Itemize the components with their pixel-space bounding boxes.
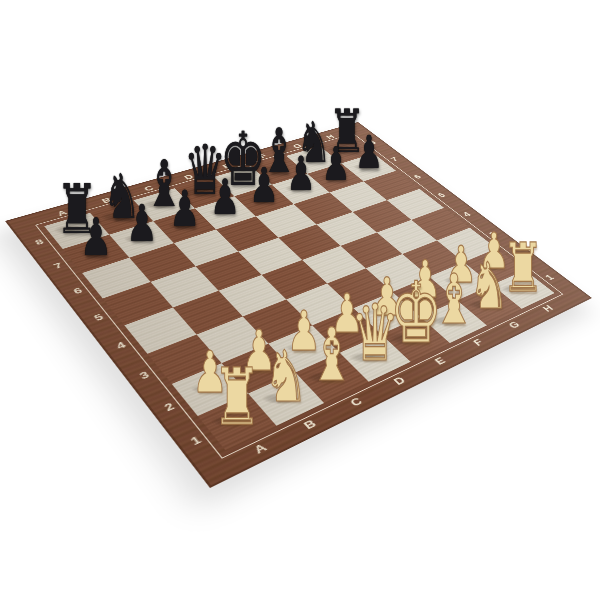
piece-black-pawn-a7[interactable]: ♟ — [80, 212, 113, 264]
piece-white-rook-a1[interactable]: ♜ — [213, 358, 262, 436]
piece-black-pawn-d7[interactable]: ♟ — [210, 173, 241, 222]
piece-black-pawn-b7[interactable]: ♟ — [126, 198, 158, 249]
piece-black-pawn-c7[interactable]: ♟ — [169, 185, 200, 235]
piece-white-queen-d1[interactable]: ♛ — [351, 294, 400, 372]
piece-white-bishop-c1[interactable]: ♝ — [309, 318, 355, 391]
piece-black-pawn-h7[interactable]: ♟ — [354, 130, 383, 176]
piece-black-pawn-e7[interactable]: ♟ — [249, 161, 279, 209]
piece-black-pawn-f7[interactable]: ♟ — [286, 151, 316, 198]
piece-black-pawn-g7[interactable]: ♟ — [321, 140, 350, 187]
photo-scene: AABBCCDDEEFFGGHH8877665544332211 ♜♞♟♝♟♚♟… — [0, 0, 600, 600]
piece-white-knight-g1[interactable]: ♞ — [470, 253, 510, 317]
pieces-layer: ♜♞♟♝♟♚♟♛♟♝♟♞♟♜♟♟♟♟♜♟♞♟♝♟♚♟♛♟♝♟♞♜ — [0, 0, 600, 600]
piece-white-knight-b1[interactable]: ♞ — [264, 341, 308, 412]
